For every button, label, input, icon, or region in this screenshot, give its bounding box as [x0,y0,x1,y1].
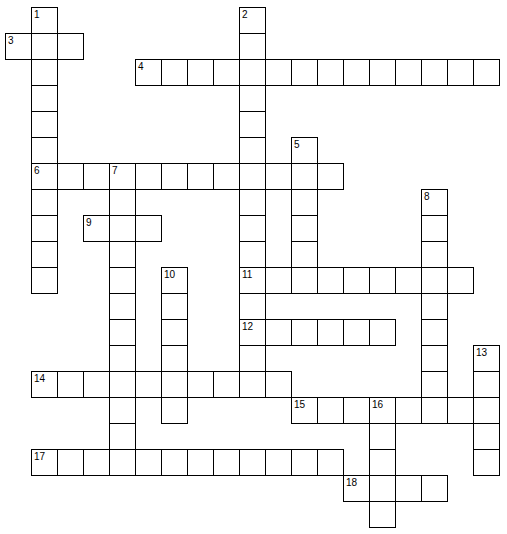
clue-number-12: 12 [242,321,253,332]
cell-r10c15[interactable] [395,267,422,294]
cell-r13c4[interactable] [109,345,136,372]
cell-r17c8[interactable] [213,449,240,476]
cell-r9c16[interactable] [421,241,448,268]
cell-r9c9[interactable] [239,241,266,268]
clue-number-18: 18 [346,477,357,488]
cell-r17c3[interactable] [83,449,110,476]
cell-r8c11[interactable] [291,215,318,242]
clue-number-3: 3 [8,35,14,46]
cell-r14c1[interactable]: 14 [31,371,58,398]
cell-r16c4[interactable] [109,423,136,450]
cell-r2c17[interactable] [447,59,474,86]
cell-r17c14[interactable] [369,449,396,476]
cell-r3c9[interactable] [239,85,266,112]
cell-r12c9[interactable]: 12 [239,319,266,346]
cell-r14c10[interactable] [265,371,292,398]
cell-r1c2[interactable] [57,33,84,60]
cell-r2c10[interactable] [265,59,292,86]
cell-r10c16[interactable] [421,267,448,294]
cell-r15c18[interactable] [473,397,500,424]
cell-r17c6[interactable] [161,449,188,476]
cell-r8c9[interactable] [239,215,266,242]
cell-r7c16[interactable]: 8 [421,189,448,216]
cell-r14c5[interactable] [135,371,162,398]
cell-r12c13[interactable] [343,319,370,346]
cell-r18c15[interactable] [395,475,422,502]
cell-r1c1[interactable] [31,33,58,60]
cell-r15c13[interactable] [343,397,370,424]
cell-r19c14[interactable] [369,501,396,528]
cell-r0c9[interactable]: 2 [239,7,266,34]
cell-r3c1[interactable] [31,85,58,112]
clue-number-15: 15 [294,399,305,410]
clue-number-17: 17 [34,451,45,462]
cell-r8c1[interactable] [31,215,58,242]
cell-r8c3[interactable]: 9 [83,215,110,242]
cell-r6c3[interactable] [83,163,110,190]
cell-r6c11[interactable] [291,163,318,190]
cell-r7c9[interactable] [239,189,266,216]
cell-r17c11[interactable] [291,449,318,476]
cell-r16c14[interactable] [369,423,396,450]
cell-r12c10[interactable] [265,319,292,346]
clue-number-16: 16 [372,399,383,410]
cell-r2c12[interactable] [317,59,344,86]
cell-r2c6[interactable] [161,59,188,86]
cell-r14c18[interactable] [473,371,500,398]
cell-r6c9[interactable] [239,163,266,190]
cell-r17c4[interactable] [109,449,136,476]
cell-r18c14[interactable] [369,475,396,502]
cell-r5c9[interactable] [239,137,266,164]
clue-number-9: 9 [86,217,92,228]
cell-r6c6[interactable] [161,163,188,190]
cell-r2c9[interactable] [239,59,266,86]
cell-r14c7[interactable] [187,371,214,398]
cell-r13c6[interactable] [161,345,188,372]
cell-r10c9[interactable]: 11 [239,267,266,294]
cell-r17c9[interactable] [239,449,266,476]
cell-r6c1[interactable]: 6 [31,163,58,190]
cell-r14c6[interactable] [161,371,188,398]
cell-r7c11[interactable] [291,189,318,216]
clue-number-5: 5 [294,139,300,150]
cell-r10c1[interactable] [31,267,58,294]
cell-r10c6[interactable]: 10 [161,267,188,294]
cell-r15c16[interactable] [421,397,448,424]
cell-r9c1[interactable] [31,241,58,268]
cell-r17c1[interactable]: 17 [31,449,58,476]
cell-r10c11[interactable] [291,267,318,294]
cell-r2c18[interactable] [473,59,500,86]
cell-r5c1[interactable] [31,137,58,164]
clue-number-14: 14 [34,373,45,384]
cell-r2c8[interactable] [213,59,240,86]
clue-number-4: 4 [138,61,144,72]
cell-r2c5[interactable]: 4 [135,59,162,86]
cell-r17c12[interactable] [317,449,344,476]
cell-r12c16[interactable] [421,319,448,346]
cell-r14c3[interactable] [83,371,110,398]
cell-r7c4[interactable] [109,189,136,216]
cell-r17c7[interactable] [187,449,214,476]
cell-r12c6[interactable] [161,319,188,346]
cell-r12c4[interactable] [109,319,136,346]
cell-r7c1[interactable] [31,189,58,216]
cell-r10c17[interactable] [447,267,474,294]
cell-r2c15[interactable] [395,59,422,86]
cell-r9c11[interactable] [291,241,318,268]
cell-r13c18[interactable]: 13 [473,345,500,372]
cell-r15c4[interactable] [109,397,136,424]
cell-r11c4[interactable] [109,293,136,320]
cell-r6c8[interactable] [213,163,240,190]
cell-r18c16[interactable] [421,475,448,502]
cell-r2c11[interactable] [291,59,318,86]
cell-r17c5[interactable] [135,449,162,476]
clue-number-11: 11 [242,269,252,280]
cell-r14c4[interactable] [109,371,136,398]
cell-r16c18[interactable] [473,423,500,450]
cell-r1c9[interactable] [239,33,266,60]
clue-number-13: 13 [476,347,487,358]
cell-r12c11[interactable] [291,319,318,346]
cell-r15c15[interactable] [395,397,422,424]
cell-r15c14[interactable]: 16 [369,397,396,424]
cell-r4c1[interactable] [31,111,58,138]
cell-r11c9[interactable] [239,293,266,320]
cell-r5c11[interactable]: 5 [291,137,318,164]
cell-r17c10[interactable] [265,449,292,476]
clue-number-6: 6 [34,165,40,176]
cell-r13c9[interactable] [239,345,266,372]
cell-r14c2[interactable] [57,371,84,398]
cell-r18c13[interactable]: 18 [343,475,370,502]
cell-r10c13[interactable] [343,267,370,294]
cell-r15c12[interactable] [317,397,344,424]
cell-r6c7[interactable] [187,163,214,190]
cell-r14c8[interactable] [213,371,240,398]
cell-r9c4[interactable] [109,241,136,268]
clue-number-8: 8 [424,191,430,202]
clue-number-7: 7 [112,165,118,176]
cell-r6c2[interactable] [57,163,84,190]
cell-r8c4[interactable] [109,215,136,242]
cell-r10c10[interactable] [265,267,292,294]
clue-number-2: 2 [242,9,248,20]
cell-r4c9[interactable] [239,111,266,138]
cell-r12c12[interactable] [317,319,344,346]
cell-r0c1[interactable]: 1 [31,7,58,34]
clue-number-1: 1 [34,9,40,20]
cell-r17c2[interactable] [57,449,84,476]
cell-r17c18[interactable] [473,449,500,476]
cell-r15c11[interactable]: 15 [291,397,318,424]
cell-r10c12[interactable] [317,267,344,294]
cell-r12c14[interactable] [369,319,396,346]
cell-r8c16[interactable] [421,215,448,242]
cell-r2c7[interactable] [187,59,214,86]
cell-r6c12[interactable] [317,163,344,190]
cell-r6c5[interactable] [135,163,162,190]
cell-r14c9[interactable] [239,371,266,398]
cell-r10c4[interactable] [109,267,136,294]
cell-r6c4[interactable]: 7 [109,163,136,190]
cell-r10c14[interactable] [369,267,396,294]
crossword-board: 123456789101112131415161718 [0,0,499,527]
clue-number-10: 10 [164,269,175,280]
cell-r8c5[interactable] [135,215,162,242]
cell-r13c16[interactable] [421,345,448,372]
cell-r2c1[interactable] [31,59,58,86]
cell-r11c6[interactable] [161,293,188,320]
cell-r2c14[interactable] [369,59,396,86]
cell-r2c13[interactable] [343,59,370,86]
cell-r2c16[interactable] [421,59,448,86]
cell-r6c10[interactable] [265,163,292,190]
cell-r11c16[interactable] [421,293,448,320]
cell-r1c0[interactable]: 3 [5,33,32,60]
cell-r14c16[interactable] [421,371,448,398]
cell-r15c17[interactable] [447,397,474,424]
cell-r15c6[interactable] [161,397,188,424]
